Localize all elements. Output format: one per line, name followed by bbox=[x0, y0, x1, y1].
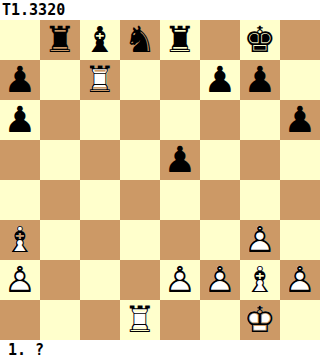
square-d8[interactable]: ♞ bbox=[120, 20, 160, 60]
square-a6[interactable]: ♟ bbox=[0, 100, 40, 140]
square-e5[interactable]: ♟ bbox=[160, 140, 200, 180]
square-d6[interactable] bbox=[120, 100, 160, 140]
white-pawn-icon: ♟ bbox=[280, 260, 320, 300]
square-c2[interactable] bbox=[80, 260, 120, 300]
black-bishop-icon: ♝ bbox=[80, 20, 120, 60]
square-c8[interactable]: ♝ bbox=[80, 20, 120, 60]
square-g2[interactable]: ♝♗ bbox=[240, 260, 280, 300]
black-knight-icon: ♞ bbox=[120, 20, 160, 60]
square-f1[interactable] bbox=[200, 300, 240, 340]
square-h3[interactable] bbox=[280, 220, 320, 260]
square-a7[interactable]: ♟ bbox=[0, 60, 40, 100]
square-e7[interactable] bbox=[160, 60, 200, 100]
white-pawn-icon: ♟ bbox=[240, 220, 280, 260]
black-pawn-icon: ♟ bbox=[160, 140, 200, 180]
square-e2[interactable]: ♟♙ bbox=[160, 260, 200, 300]
square-a2[interactable]: ♟♙ bbox=[0, 260, 40, 300]
square-a5[interactable] bbox=[0, 140, 40, 180]
square-f2[interactable]: ♟♙ bbox=[200, 260, 240, 300]
square-c3[interactable] bbox=[80, 220, 120, 260]
square-e4[interactable] bbox=[160, 180, 200, 220]
square-g5[interactable] bbox=[240, 140, 280, 180]
square-h4[interactable] bbox=[280, 180, 320, 220]
white-bishop-outline-icon: ♗ bbox=[0, 220, 40, 260]
square-d1[interactable]: ♜♖ bbox=[120, 300, 160, 340]
square-b1[interactable] bbox=[40, 300, 80, 340]
square-d3[interactable] bbox=[120, 220, 160, 260]
square-g1[interactable]: ♚♔ bbox=[240, 300, 280, 340]
white-pawn-outline-icon: ♙ bbox=[280, 260, 320, 300]
square-f6[interactable] bbox=[200, 100, 240, 140]
square-h2[interactable]: ♟♙ bbox=[280, 260, 320, 300]
white-bishop-icon: ♝ bbox=[0, 220, 40, 260]
square-a8[interactable] bbox=[0, 20, 40, 60]
square-f7[interactable]: ♟ bbox=[200, 60, 240, 100]
square-h5[interactable] bbox=[280, 140, 320, 180]
white-rook-outline-icon: ♖ bbox=[120, 300, 160, 340]
black-pawn-icon: ♟ bbox=[240, 60, 280, 100]
black-rook-icon: ♜ bbox=[160, 20, 200, 60]
black-king-icon: ♚ bbox=[240, 20, 280, 60]
black-rook-icon: ♜ bbox=[40, 20, 80, 60]
square-h8[interactable] bbox=[280, 20, 320, 60]
square-f8[interactable] bbox=[200, 20, 240, 60]
square-d4[interactable] bbox=[120, 180, 160, 220]
white-pawn-outline-icon: ♙ bbox=[200, 260, 240, 300]
square-a3[interactable]: ♝♗ bbox=[0, 220, 40, 260]
black-pawn-icon: ♟ bbox=[200, 60, 240, 100]
square-f4[interactable] bbox=[200, 180, 240, 220]
square-c5[interactable] bbox=[80, 140, 120, 180]
square-b8[interactable]: ♜ bbox=[40, 20, 80, 60]
square-h1[interactable] bbox=[280, 300, 320, 340]
square-h7[interactable] bbox=[280, 60, 320, 100]
white-king-icon: ♚ bbox=[240, 300, 280, 340]
black-pawn-icon: ♟ bbox=[0, 60, 40, 100]
square-c4[interactable] bbox=[80, 180, 120, 220]
white-pawn-outline-icon: ♙ bbox=[240, 220, 280, 260]
white-rook-outline-icon: ♖ bbox=[80, 60, 120, 100]
square-c7[interactable]: ♜♖ bbox=[80, 60, 120, 100]
square-d5[interactable] bbox=[120, 140, 160, 180]
square-f3[interactable] bbox=[200, 220, 240, 260]
white-rook-icon: ♜ bbox=[120, 300, 160, 340]
square-f5[interactable] bbox=[200, 140, 240, 180]
square-g4[interactable] bbox=[240, 180, 280, 220]
square-e3[interactable] bbox=[160, 220, 200, 260]
square-g7[interactable]: ♟ bbox=[240, 60, 280, 100]
square-d7[interactable] bbox=[120, 60, 160, 100]
square-c6[interactable] bbox=[80, 100, 120, 140]
square-b6[interactable] bbox=[40, 100, 80, 140]
square-a4[interactable] bbox=[0, 180, 40, 220]
white-bishop-outline-icon: ♗ bbox=[240, 260, 280, 300]
white-pawn-icon: ♟ bbox=[160, 260, 200, 300]
square-h6[interactable]: ♟ bbox=[280, 100, 320, 140]
move-prompt: 1. ? bbox=[0, 340, 320, 360]
square-e6[interactable] bbox=[160, 100, 200, 140]
white-pawn-outline-icon: ♙ bbox=[160, 260, 200, 300]
puzzle-id: T1.3320 bbox=[0, 0, 320, 20]
square-c1[interactable] bbox=[80, 300, 120, 340]
white-rook-icon: ♜ bbox=[80, 60, 120, 100]
square-b2[interactable] bbox=[40, 260, 80, 300]
square-e1[interactable] bbox=[160, 300, 200, 340]
chess-board: ♜♝♞♜♚♟♜♖♟♟♟♟♟♝♗♟♙♟♙♟♙♟♙♝♗♟♙♜♖♚♔ bbox=[0, 20, 320, 340]
square-g8[interactable]: ♚ bbox=[240, 20, 280, 60]
white-pawn-icon: ♟ bbox=[0, 260, 40, 300]
black-pawn-icon: ♟ bbox=[280, 100, 320, 140]
black-pawn-icon: ♟ bbox=[0, 100, 40, 140]
white-king-outline-icon: ♔ bbox=[240, 300, 280, 340]
white-pawn-icon: ♟ bbox=[200, 260, 240, 300]
square-b4[interactable] bbox=[40, 180, 80, 220]
square-b5[interactable] bbox=[40, 140, 80, 180]
white-bishop-icon: ♝ bbox=[240, 260, 280, 300]
square-g3[interactable]: ♟♙ bbox=[240, 220, 280, 260]
square-a1[interactable] bbox=[0, 300, 40, 340]
white-pawn-outline-icon: ♙ bbox=[0, 260, 40, 300]
square-d2[interactable] bbox=[120, 260, 160, 300]
square-b7[interactable] bbox=[40, 60, 80, 100]
square-e8[interactable]: ♜ bbox=[160, 20, 200, 60]
square-b3[interactable] bbox=[40, 220, 80, 260]
square-g6[interactable] bbox=[240, 100, 280, 140]
